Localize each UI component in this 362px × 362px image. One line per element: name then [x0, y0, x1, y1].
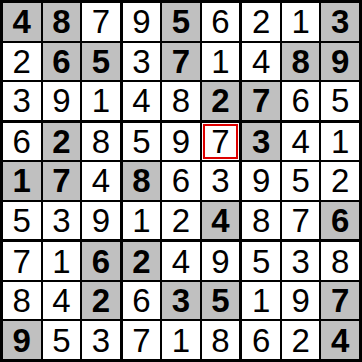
cell-r1c4[interactable]: 9 — [123, 3, 161, 41]
cell-r2c1[interactable]: 2 — [3, 43, 41, 81]
cell-r6c2[interactable]: 3 — [43, 202, 81, 240]
cell-r3c7[interactable]: 7 — [242, 82, 280, 120]
cell-r6c8[interactable]: 7 — [282, 202, 320, 240]
cell-r9c7[interactable]: 6 — [242, 321, 280, 359]
cell-r9c9[interactable]: 4 — [321, 321, 359, 359]
cell-r2c7[interactable]: 4 — [242, 43, 280, 81]
cell-r5c1[interactable]: 1 — [3, 162, 41, 200]
cell-r4c9[interactable]: 1 — [321, 123, 359, 161]
cell-r7c2[interactable]: 1 — [43, 242, 81, 280]
cell-r3c5[interactable]: 8 — [162, 82, 200, 120]
cell-r4c2[interactable]: 2 — [43, 123, 81, 161]
cell-r7c6[interactable]: 9 — [202, 242, 240, 280]
cell-r2c6[interactable]: 1 — [202, 43, 240, 81]
cell-r4c1[interactable]: 6 — [3, 123, 41, 161]
cell-r2c9[interactable]: 9 — [321, 43, 359, 81]
cell-r2c8[interactable]: 8 — [282, 43, 320, 81]
cell-r8c7[interactable]: 1 — [242, 282, 280, 320]
cell-r5c6[interactable]: 3 — [202, 162, 240, 200]
cell-r3c8[interactable]: 6 — [282, 82, 320, 120]
cell-r4c3[interactable]: 8 — [82, 123, 120, 161]
cell-r4c4[interactable]: 5 — [123, 123, 161, 161]
cell-r9c8[interactable]: 2 — [282, 321, 320, 359]
cell-r5c9[interactable]: 2 — [321, 162, 359, 200]
cell-r1c6[interactable]: 6 — [202, 3, 240, 41]
cell-r1c2[interactable]: 8 — [43, 3, 81, 41]
cell-r2c4[interactable]: 3 — [123, 43, 161, 81]
box-5: 597863124 — [123, 123, 240, 240]
cell-r8c2[interactable]: 4 — [43, 282, 81, 320]
box-9: 538197624 — [242, 242, 359, 359]
box-1: 487265391 — [3, 3, 120, 120]
box-4: 628174539 — [3, 123, 120, 240]
cell-r4c6[interactable]: 7 — [202, 123, 240, 161]
cell-r6c6[interactable]: 4 — [202, 202, 240, 240]
cell-r2c2[interactable]: 6 — [43, 43, 81, 81]
cell-r4c7[interactable]: 3 — [242, 123, 280, 161]
cell-r1c8[interactable]: 1 — [282, 3, 320, 41]
box-7: 716842953 — [3, 242, 120, 359]
cell-r9c1[interactable]: 9 — [3, 321, 41, 359]
cell-r6c9[interactable]: 6 — [321, 202, 359, 240]
cell-r1c5[interactable]: 5 — [162, 3, 200, 41]
cell-r1c1[interactable]: 4 — [3, 3, 41, 41]
cell-r7c1[interactable]: 7 — [3, 242, 41, 280]
cell-r9c3[interactable]: 3 — [82, 321, 120, 359]
cell-r1c3[interactable]: 7 — [82, 3, 120, 41]
cell-r4c5[interactable]: 9 — [162, 123, 200, 161]
cell-r1c9[interactable]: 3 — [321, 3, 359, 41]
cell-r8c5[interactable]: 3 — [162, 282, 200, 320]
cell-r6c3[interactable]: 9 — [82, 202, 120, 240]
cell-r6c7[interactable]: 8 — [242, 202, 280, 240]
cell-r6c1[interactable]: 5 — [3, 202, 41, 240]
cell-r3c4[interactable]: 4 — [123, 82, 161, 120]
box-6: 341952876 — [242, 123, 359, 240]
cell-r9c6[interactable]: 8 — [202, 321, 240, 359]
cell-r8c9[interactable]: 7 — [321, 282, 359, 320]
box-8: 249635718 — [123, 242, 240, 359]
cell-r5c7[interactable]: 9 — [242, 162, 280, 200]
cell-r8c4[interactable]: 6 — [123, 282, 161, 320]
cell-r7c4[interactable]: 2 — [123, 242, 161, 280]
cell-r8c8[interactable]: 9 — [282, 282, 320, 320]
cell-r7c9[interactable]: 8 — [321, 242, 359, 280]
cell-r8c6[interactable]: 5 — [202, 282, 240, 320]
cell-r5c4[interactable]: 8 — [123, 162, 161, 200]
cell-r1c7[interactable]: 2 — [242, 3, 280, 41]
cell-r9c5[interactable]: 1 — [162, 321, 200, 359]
cell-r3c2[interactable]: 9 — [43, 82, 81, 120]
cell-r3c3[interactable]: 1 — [82, 82, 120, 120]
cell-r6c5[interactable]: 2 — [162, 202, 200, 240]
sudoku-board: 4872653919563714822134897656281745395978… — [0, 0, 362, 362]
cell-r7c3[interactable]: 6 — [82, 242, 120, 280]
cell-r8c3[interactable]: 2 — [82, 282, 120, 320]
cell-r5c5[interactable]: 6 — [162, 162, 200, 200]
cell-r5c2[interactable]: 7 — [43, 162, 81, 200]
cell-r4c8[interactable]: 4 — [282, 123, 320, 161]
box-3: 213489765 — [242, 3, 359, 120]
cell-r7c8[interactable]: 3 — [282, 242, 320, 280]
box-2: 956371482 — [123, 3, 240, 120]
cell-r3c9[interactable]: 5 — [321, 82, 359, 120]
cell-r5c3[interactable]: 4 — [82, 162, 120, 200]
cell-r9c2[interactable]: 5 — [43, 321, 81, 359]
cell-r9c4[interactable]: 7 — [123, 321, 161, 359]
cell-r7c7[interactable]: 5 — [242, 242, 280, 280]
cell-r2c5[interactable]: 7 — [162, 43, 200, 81]
cell-r6c4[interactable]: 1 — [123, 202, 161, 240]
cell-r3c6[interactable]: 2 — [202, 82, 240, 120]
cell-r7c5[interactable]: 4 — [162, 242, 200, 280]
cell-r2c3[interactable]: 5 — [82, 43, 120, 81]
cell-r3c1[interactable]: 3 — [3, 82, 41, 120]
cell-r8c1[interactable]: 8 — [3, 282, 41, 320]
cell-r5c8[interactable]: 5 — [282, 162, 320, 200]
